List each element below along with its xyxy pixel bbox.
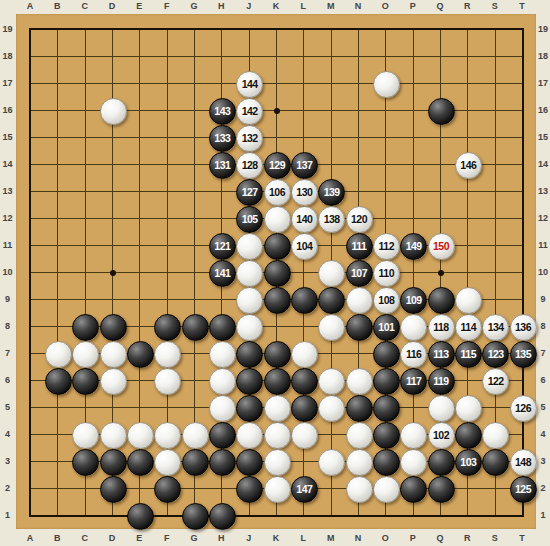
row-label-left: 1 <box>0 510 15 521</box>
black-stone-Q6: 119 <box>428 368 455 395</box>
row-label-left: 12 <box>0 213 15 224</box>
move-number: 114 <box>456 315 481 340</box>
black-stone-J12: 105 <box>236 206 263 233</box>
black-stone-K6 <box>264 368 291 395</box>
move-number: 118 <box>429 315 454 340</box>
column-label-bottom: Q <box>432 533 448 544</box>
black-stone-N10: 107 <box>346 260 373 287</box>
black-stone-N5 <box>346 395 373 422</box>
row-label-left: 13 <box>0 186 15 197</box>
white-stone-N9 <box>346 287 373 314</box>
white-stone-P4 <box>400 422 427 449</box>
move-number: 147 <box>292 477 317 502</box>
white-stone-F4 <box>154 422 181 449</box>
move-number: 142 <box>237 99 262 124</box>
white-stone-N12: 120 <box>346 206 373 233</box>
white-stone-O11: 112 <box>373 233 400 260</box>
white-stone-O17 <box>373 71 400 98</box>
black-stone-N11: 111 <box>346 233 373 260</box>
row-label-right: 8 <box>536 321 550 332</box>
row-label-right: 10 <box>536 267 550 278</box>
white-stone-C7 <box>72 341 99 368</box>
white-stone-P7: 116 <box>400 341 427 368</box>
row-label-left: 4 <box>0 429 15 440</box>
black-stone-H14: 131 <box>209 152 236 179</box>
white-stone-Q8: 118 <box>428 314 455 341</box>
go-diagram: AABBCCDDEEFFGGHHJJKKLLMMNNOOPPQQRRSSTT19… <box>0 0 550 546</box>
column-label-bottom: S <box>487 533 503 544</box>
column-label-bottom: B <box>49 533 65 544</box>
white-stone-K5 <box>264 395 291 422</box>
white-stone-S6: 122 <box>482 368 509 395</box>
column-label-bottom: D <box>104 533 120 544</box>
column-label-top: Q <box>432 1 448 12</box>
white-stone-L7 <box>291 341 318 368</box>
move-number: 110 <box>374 261 399 286</box>
move-number: 135 <box>511 342 536 367</box>
black-stone-C3 <box>72 449 99 476</box>
black-stone-E7 <box>127 341 154 368</box>
black-stone-E1 <box>127 503 154 530</box>
white-stone-C4 <box>72 422 99 449</box>
move-number: 123 <box>483 342 508 367</box>
white-stone-D6 <box>100 368 127 395</box>
move-number: 127 <box>237 180 262 205</box>
black-stone-O4 <box>373 422 400 449</box>
white-stone-J8 <box>236 314 263 341</box>
move-number: 128 <box>237 153 262 178</box>
white-stone-T8: 136 <box>510 314 537 341</box>
row-label-right: 2 <box>536 483 550 494</box>
move-number: 102 <box>429 423 454 448</box>
white-stone-M10 <box>318 260 345 287</box>
black-stone-G3 <box>182 449 209 476</box>
white-stone-D16 <box>100 98 127 125</box>
move-number: 117 <box>401 369 426 394</box>
row-label-left: 19 <box>0 24 15 35</box>
move-number: 130 <box>292 180 317 205</box>
move-number: 134 <box>483 315 508 340</box>
white-stone-J4 <box>236 422 263 449</box>
white-stone-R9 <box>455 287 482 314</box>
move-number: 126 <box>511 396 536 421</box>
white-stone-K2 <box>264 476 291 503</box>
black-stone-N8 <box>346 314 373 341</box>
black-stone-Q3 <box>428 449 455 476</box>
column-label-bottom: F <box>159 533 175 544</box>
column-label-top: M <box>323 1 339 12</box>
white-stone-M8 <box>318 314 345 341</box>
column-label-bottom: G <box>186 533 202 544</box>
white-stone-E4 <box>127 422 154 449</box>
white-stone-L4 <box>291 422 318 449</box>
white-stone-M12: 138 <box>318 206 345 233</box>
white-stone-Q4: 102 <box>428 422 455 449</box>
move-number: 116 <box>401 342 426 367</box>
black-stone-H1 <box>209 503 236 530</box>
white-stone-O10: 110 <box>373 260 400 287</box>
black-stone-M13: 139 <box>318 179 345 206</box>
row-label-right: 16 <box>536 105 550 116</box>
white-stone-J9 <box>236 287 263 314</box>
black-stone-E3 <box>127 449 154 476</box>
black-stone-O8: 101 <box>373 314 400 341</box>
white-stone-S8: 134 <box>482 314 509 341</box>
white-stone-J14: 128 <box>236 152 263 179</box>
white-stone-M6 <box>318 368 345 395</box>
row-label-right: 14 <box>536 159 550 170</box>
move-number: 125 <box>511 477 536 502</box>
white-stone-D7 <box>100 341 127 368</box>
row-label-left: 14 <box>0 159 15 170</box>
row-label-left: 6 <box>0 375 15 386</box>
white-stone-Q11: 150 <box>428 233 455 260</box>
row-label-left: 17 <box>0 78 15 89</box>
white-stone-F6 <box>154 368 181 395</box>
black-stone-S7: 123 <box>482 341 509 368</box>
move-number: 108 <box>374 288 399 313</box>
white-stone-H6 <box>209 368 236 395</box>
white-stone-B7 <box>45 341 72 368</box>
black-stone-J6 <box>236 368 263 395</box>
white-stone-G4 <box>182 422 209 449</box>
move-number: 150 <box>429 234 454 259</box>
column-label-top: D <box>104 1 120 12</box>
move-number: 148 <box>511 450 536 475</box>
row-label-right: 6 <box>536 375 550 386</box>
move-number: 121 <box>210 234 235 259</box>
black-stone-K14: 129 <box>264 152 291 179</box>
row-label-left: 9 <box>0 294 15 305</box>
black-stone-F8 <box>154 314 181 341</box>
row-label-right: 5 <box>536 402 550 413</box>
column-label-top: H <box>213 1 229 12</box>
black-stone-G8 <box>182 314 209 341</box>
black-stone-H16: 143 <box>209 98 236 125</box>
black-stone-S3 <box>482 449 509 476</box>
move-number: 103 <box>456 450 481 475</box>
move-number: 141 <box>210 261 235 286</box>
row-label-right: 12 <box>536 213 550 224</box>
move-number: 105 <box>237 207 262 232</box>
white-stone-T5: 126 <box>510 395 537 422</box>
white-stone-P3 <box>400 449 427 476</box>
black-stone-K11 <box>264 233 291 260</box>
row-label-right: 17 <box>536 78 550 89</box>
black-stone-O3 <box>373 449 400 476</box>
black-stone-Q2 <box>428 476 455 503</box>
black-stone-L9 <box>291 287 318 314</box>
black-stone-Q9 <box>428 287 455 314</box>
column-label-top: C <box>77 1 93 12</box>
black-stone-L5 <box>291 395 318 422</box>
black-stone-K7 <box>264 341 291 368</box>
column-label-bottom: L <box>295 533 311 544</box>
move-number: 131 <box>210 153 235 178</box>
white-stone-K4 <box>264 422 291 449</box>
column-label-bottom: K <box>268 533 284 544</box>
move-number: 140 <box>292 207 317 232</box>
black-stone-H10: 141 <box>209 260 236 287</box>
black-stone-R3: 103 <box>455 449 482 476</box>
star-point <box>274 108 280 114</box>
row-label-left: 3 <box>0 456 15 467</box>
white-stone-N4 <box>346 422 373 449</box>
column-label-bottom: A <box>22 533 38 544</box>
black-stone-H8 <box>209 314 236 341</box>
black-stone-P6: 117 <box>400 368 427 395</box>
row-label-right: 3 <box>536 456 550 467</box>
white-stone-Q5 <box>428 395 455 422</box>
white-stone-R14: 146 <box>455 152 482 179</box>
black-stone-L14: 137 <box>291 152 318 179</box>
column-label-bottom: C <box>77 533 93 544</box>
column-label-top: A <box>22 1 38 12</box>
black-stone-D8 <box>100 314 127 341</box>
white-stone-N2 <box>346 476 373 503</box>
move-number: 115 <box>456 342 481 367</box>
black-stone-C8 <box>72 314 99 341</box>
black-stone-J7 <box>236 341 263 368</box>
column-label-top: P <box>405 1 421 12</box>
column-label-top: S <box>487 1 503 12</box>
black-stone-H4 <box>209 422 236 449</box>
row-label-right: 9 <box>536 294 550 305</box>
column-label-bottom: J <box>241 533 257 544</box>
column-label-top: O <box>377 1 393 12</box>
column-label-bottom: T <box>514 533 530 544</box>
black-stone-J2 <box>236 476 263 503</box>
white-stone-R8: 114 <box>455 314 482 341</box>
row-label-right: 13 <box>536 186 550 197</box>
black-stone-L2: 147 <box>291 476 318 503</box>
white-stone-L11: 104 <box>291 233 318 260</box>
move-number: 104 <box>292 234 317 259</box>
black-stone-B6 <box>45 368 72 395</box>
black-stone-Q7: 113 <box>428 341 455 368</box>
white-stone-M3 <box>318 449 345 476</box>
black-stone-H15: 133 <box>209 125 236 152</box>
white-stone-K13: 106 <box>264 179 291 206</box>
white-stone-J17: 144 <box>236 71 263 98</box>
column-label-top: F <box>159 1 175 12</box>
move-number: 107 <box>347 261 372 286</box>
white-stone-P8 <box>400 314 427 341</box>
move-number: 129 <box>265 153 290 178</box>
white-stone-H5 <box>209 395 236 422</box>
column-label-bottom: P <box>405 533 421 544</box>
column-label-bottom: R <box>459 533 475 544</box>
white-stone-O9: 108 <box>373 287 400 314</box>
column-label-top: N <box>350 1 366 12</box>
star-point <box>110 270 116 276</box>
black-stone-O6 <box>373 368 400 395</box>
white-stone-D4 <box>100 422 127 449</box>
move-number: 139 <box>319 180 344 205</box>
move-number: 101 <box>374 315 399 340</box>
black-stone-K10 <box>264 260 291 287</box>
black-stone-T7: 135 <box>510 341 537 368</box>
row-label-left: 7 <box>0 348 15 359</box>
row-label-right: 18 <box>536 51 550 62</box>
white-stone-T3: 148 <box>510 449 537 476</box>
column-label-top: T <box>514 1 530 12</box>
white-stone-J16: 142 <box>236 98 263 125</box>
row-label-left: 8 <box>0 321 15 332</box>
move-number: 146 <box>456 153 481 178</box>
white-stone-J10 <box>236 260 263 287</box>
column-label-top: R <box>459 1 475 12</box>
row-label-left: 5 <box>0 402 15 413</box>
move-number: 112 <box>374 234 399 259</box>
black-stone-J5 <box>236 395 263 422</box>
black-stone-T2: 125 <box>510 476 537 503</box>
move-number: 106 <box>265 180 290 205</box>
white-stone-K12 <box>264 206 291 233</box>
row-label-left: 16 <box>0 105 15 116</box>
move-number: 119 <box>429 369 454 394</box>
row-label-right: 1 <box>536 510 550 521</box>
move-number: 122 <box>483 369 508 394</box>
column-label-top: E <box>131 1 147 12</box>
black-stone-G1 <box>182 503 209 530</box>
move-number: 143 <box>210 99 235 124</box>
black-stone-O7 <box>373 341 400 368</box>
move-number: 144 <box>237 72 262 97</box>
row-label-left: 18 <box>0 51 15 62</box>
move-number: 149 <box>401 234 426 259</box>
white-stone-J11 <box>236 233 263 260</box>
move-number: 111 <box>347 234 372 259</box>
white-stone-R5 <box>455 395 482 422</box>
black-stone-L6 <box>291 368 318 395</box>
column-label-top: G <box>186 1 202 12</box>
white-stone-S4 <box>482 422 509 449</box>
black-stone-M9 <box>318 287 345 314</box>
black-stone-C6 <box>72 368 99 395</box>
row-label-right: 15 <box>536 132 550 143</box>
black-stone-O5 <box>373 395 400 422</box>
black-stone-R7: 115 <box>455 341 482 368</box>
white-stone-J15: 132 <box>236 125 263 152</box>
star-point <box>438 270 444 276</box>
black-stone-F2 <box>154 476 181 503</box>
white-stone-F7 <box>154 341 181 368</box>
black-stone-P9: 109 <box>400 287 427 314</box>
black-stone-D2 <box>100 476 127 503</box>
black-stone-J3 <box>236 449 263 476</box>
column-label-bottom: N <box>350 533 366 544</box>
row-label-left: 10 <box>0 267 15 278</box>
column-label-bottom: M <box>323 533 339 544</box>
row-label-right: 11 <box>536 240 550 251</box>
move-number: 120 <box>347 207 372 232</box>
row-label-right: 19 <box>536 24 550 35</box>
move-number: 137 <box>292 153 317 178</box>
white-stone-N6 <box>346 368 373 395</box>
column-label-top: B <box>49 1 65 12</box>
white-stone-O2 <box>373 476 400 503</box>
white-stone-L12: 140 <box>291 206 318 233</box>
black-stone-H11: 121 <box>209 233 236 260</box>
white-stone-H7 <box>209 341 236 368</box>
black-stone-P11: 149 <box>400 233 427 260</box>
row-label-left: 2 <box>0 483 15 494</box>
column-label-bottom: H <box>213 533 229 544</box>
move-number: 132 <box>237 126 262 151</box>
black-stone-R4 <box>455 422 482 449</box>
move-number: 136 <box>511 315 536 340</box>
black-stone-Q16 <box>428 98 455 125</box>
black-stone-D3 <box>100 449 127 476</box>
column-label-top: J <box>241 1 257 12</box>
black-stone-K9 <box>264 287 291 314</box>
column-label-bottom: O <box>377 533 393 544</box>
white-stone-N3 <box>346 449 373 476</box>
row-label-right: 4 <box>536 429 550 440</box>
black-stone-H3 <box>209 449 236 476</box>
move-number: 133 <box>210 126 235 151</box>
black-stone-J13: 127 <box>236 179 263 206</box>
white-stone-L13: 130 <box>291 179 318 206</box>
move-number: 113 <box>429 342 454 367</box>
black-stone-P2 <box>400 476 427 503</box>
white-stone-K3 <box>264 449 291 476</box>
row-label-left: 15 <box>0 132 15 143</box>
move-number: 109 <box>401 288 426 313</box>
row-label-right: 7 <box>536 348 550 359</box>
row-label-left: 11 <box>0 240 15 251</box>
column-label-top: L <box>295 1 311 12</box>
column-label-bottom: E <box>131 533 147 544</box>
move-number: 138 <box>319 207 344 232</box>
column-label-top: K <box>268 1 284 12</box>
white-stone-M5 <box>318 395 345 422</box>
white-stone-F3 <box>154 449 181 476</box>
